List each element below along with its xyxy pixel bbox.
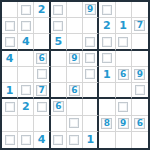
cell-r7c7[interactable] [99, 99, 115, 115]
cell-digit: 5 [54, 36, 62, 47]
cell-r4c4[interactable] [51, 51, 67, 67]
cell-marker-box: 6 [53, 101, 64, 112]
cell-r8c1[interactable] [2, 116, 18, 132]
cell-r5c9[interactable]: 9 [132, 67, 148, 83]
cell-r5c8[interactable]: 6 [116, 67, 132, 83]
cell-r9c9[interactable] [132, 132, 148, 148]
cell-marker-box: 9 [69, 53, 80, 64]
cell-marker-box [53, 135, 63, 145]
cell-r3c3[interactable] [34, 34, 50, 50]
cell-marker-box [118, 102, 128, 112]
cell-digit: 4 [22, 36, 30, 47]
cell-digit: 6 [120, 70, 126, 79]
cell-marker-box [69, 118, 79, 128]
cell-digit: 2 [103, 20, 111, 31]
cell-r1c2[interactable] [18, 2, 34, 18]
cell-digit: 4 [38, 134, 46, 145]
cell-digit: 8 [104, 119, 110, 128]
cell-r8c7[interactable]: 8 [99, 116, 115, 132]
cell-marker-box [85, 37, 95, 47]
cell-r6c8[interactable] [116, 83, 132, 99]
cell-r4c7[interactable] [99, 51, 115, 67]
cell-r7c6[interactable] [83, 99, 99, 115]
cell-marker-box [102, 37, 112, 47]
cell-r9c7[interactable] [99, 132, 115, 148]
cell-r3c1[interactable] [2, 34, 18, 50]
cell-r5c5[interactable] [67, 67, 83, 83]
cell-digit: 2 [22, 101, 30, 112]
cell-digit: 1 [86, 134, 94, 145]
cell-r7c4[interactable]: 6 [51, 99, 67, 115]
cell-r8c9[interactable]: 6 [132, 116, 148, 132]
cell-r3c2[interactable]: 4 [18, 34, 34, 50]
cell-r1c3[interactable]: 2 [34, 2, 50, 18]
cell-r2c7[interactable]: 2 [99, 18, 115, 34]
cell-r3c7[interactable] [99, 34, 115, 50]
cell-r5c1[interactable] [2, 67, 18, 83]
cell-marker-box: 6 [134, 118, 145, 129]
cell-r4c9[interactable] [132, 51, 148, 67]
cell-digit: 9 [120, 119, 126, 128]
cell-r1c7[interactable] [99, 2, 115, 18]
cell-r9c6[interactable]: 1 [83, 132, 99, 148]
cell-digit: 2 [38, 4, 46, 15]
cell-r3c9[interactable] [132, 34, 148, 50]
cell-marker-box: 7 [134, 20, 145, 31]
cell-r7c3[interactable] [34, 99, 50, 115]
cell-marker-box [5, 135, 15, 145]
cell-r4c6[interactable] [83, 51, 99, 67]
cell-marker-box [85, 69, 95, 79]
cell-r5c4[interactable] [51, 67, 67, 83]
cell-digit: 7 [38, 86, 44, 95]
cell-marker-box: 6 [69, 85, 80, 96]
cell-r8c6[interactable] [83, 116, 99, 132]
cell-r7c5[interactable] [67, 99, 83, 115]
cell-r1c5[interactable] [67, 2, 83, 18]
cell-digit: 6 [71, 86, 77, 95]
cell-marker-box: 6 [36, 53, 47, 64]
cell-marker-box [21, 135, 31, 145]
cell-r6c3[interactable]: 7 [34, 83, 50, 99]
sudoku-board: 29217454691691762689641 [0, 0, 150, 150]
cell-r2c1[interactable] [2, 18, 18, 34]
cell-r8c2[interactable] [18, 116, 34, 132]
cell-r6c6[interactable] [83, 83, 99, 99]
cell-r1c6[interactable]: 9 [83, 2, 99, 18]
cell-r1c9[interactable] [132, 2, 148, 18]
cell-r9c2[interactable] [18, 132, 34, 148]
cell-r3c4[interactable]: 5 [51, 34, 67, 50]
cell-r7c8[interactable] [116, 99, 132, 115]
cell-marker-box [53, 21, 63, 31]
cell-r2c8[interactable]: 1 [116, 18, 132, 34]
cell-r5c3[interactable] [34, 67, 50, 83]
cell-r4c1[interactable]: 4 [2, 51, 18, 67]
cell-r7c2[interactable]: 2 [18, 99, 34, 115]
cell-r2c6[interactable] [83, 18, 99, 34]
cell-marker-box [102, 53, 112, 63]
cell-r7c9[interactable] [132, 99, 148, 115]
cell-marker-box [21, 21, 31, 31]
cell-r5c6[interactable] [83, 67, 99, 83]
cell-r8c5[interactable] [67, 116, 83, 132]
cell-marker-box [69, 135, 79, 145]
cell-digit: 7 [137, 21, 143, 30]
cell-marker-box: 8 [101, 118, 112, 129]
cell-r2c2[interactable] [18, 18, 34, 34]
cell-digit: 9 [137, 70, 143, 79]
cell-r3c6[interactable] [83, 34, 99, 50]
cell-marker-box [21, 5, 31, 15]
cell-r7c1[interactable] [2, 99, 18, 115]
cell-marker-box [37, 69, 47, 79]
cell-marker-box: 6 [118, 69, 129, 80]
cell-marker-box: 7 [36, 85, 47, 96]
cell-digit: 6 [55, 102, 61, 111]
cell-r1c8[interactable] [116, 2, 132, 18]
cell-r9c5[interactable] [67, 132, 83, 148]
cell-digit: 9 [87, 5, 93, 14]
cell-digit: 1 [119, 20, 127, 31]
cell-marker-box: 9 [134, 69, 145, 80]
cell-r9c1[interactable] [2, 132, 18, 148]
cell-marker-box: 9 [85, 4, 96, 15]
cell-r1c1[interactable] [2, 2, 18, 18]
cell-digit: 6 [38, 54, 44, 63]
cell-marker-box [85, 53, 95, 63]
cell-marker-box [118, 37, 128, 47]
cell-r4c8[interactable] [116, 51, 132, 67]
cell-r8c8[interactable]: 9 [116, 116, 132, 132]
cell-marker-box [5, 37, 15, 47]
cell-r3c8[interactable] [116, 34, 132, 50]
cell-r2c4[interactable] [51, 18, 67, 34]
cell-r2c5[interactable] [67, 18, 83, 34]
cell-r6c1[interactable]: 1 [2, 83, 18, 99]
cell-r6c7[interactable] [99, 83, 115, 99]
cell-marker-box [102, 5, 112, 15]
cell-digit: 6 [137, 119, 143, 128]
cell-r6c4[interactable] [51, 83, 67, 99]
cell-digit: 1 [6, 85, 14, 96]
cell-digit: 1 [103, 69, 111, 80]
cell-r9c8[interactable] [116, 132, 132, 148]
cell-r5c7[interactable]: 1 [99, 67, 115, 83]
cell-r8c3[interactable] [34, 116, 50, 132]
cell-digit: 4 [6, 53, 14, 64]
cell-r4c2[interactable] [18, 51, 34, 67]
cell-digit: 9 [71, 54, 77, 63]
cell-r5c2[interactable] [18, 67, 34, 83]
cell-marker-box [21, 85, 31, 95]
cell-r2c3[interactable] [34, 18, 50, 34]
cell-r4c5[interactable]: 9 [67, 51, 83, 67]
cell-r4c3[interactable]: 6 [34, 51, 50, 67]
cell-r6c2[interactable] [18, 83, 34, 99]
cell-r1c4[interactable] [51, 2, 67, 18]
cell-r2c9[interactable]: 7 [132, 18, 148, 34]
cell-r9c3[interactable]: 4 [34, 132, 50, 148]
cell-marker-box [135, 85, 145, 95]
cell-marker-box [53, 5, 63, 15]
cell-marker-box: 9 [118, 118, 129, 129]
cell-r3c5[interactable] [67, 34, 83, 50]
cell-r6c9[interactable] [132, 83, 148, 99]
cell-marker-box [5, 21, 15, 31]
cell-marker-box [37, 102, 47, 112]
cell-marker-box [5, 102, 15, 112]
cell-r6c5[interactable]: 6 [67, 83, 83, 99]
cell-r9c4[interactable] [51, 132, 67, 148]
cell-r8c4[interactable] [51, 116, 67, 132]
